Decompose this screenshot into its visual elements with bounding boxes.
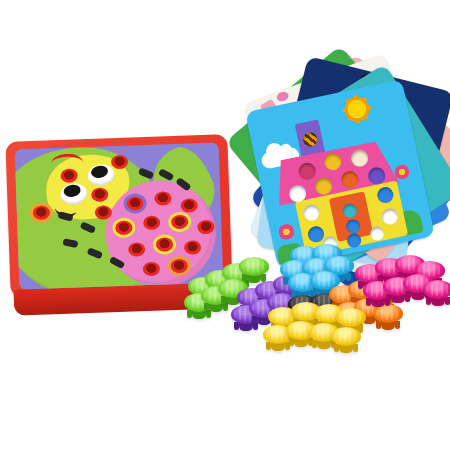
peg-prong [234, 322, 239, 330]
peg-prong [289, 338, 294, 346]
peg-prong [221, 296, 226, 304]
peg-prong [445, 297, 450, 305]
peg-prong [426, 297, 431, 305]
peg-yellow [331, 327, 361, 354]
peg-cap [423, 280, 450, 299]
peg-prong [266, 342, 271, 350]
peg-prong [334, 344, 339, 352]
peg-prong [204, 303, 209, 311]
peg-prong [395, 321, 400, 329]
peg-prong [386, 294, 391, 302]
peg-magenta [423, 280, 450, 307]
pegs-layer [0, 0, 450, 450]
peg-prong [252, 316, 257, 324]
peg-cap [331, 327, 361, 346]
peg-prong [187, 310, 192, 318]
peg-prong [312, 340, 317, 348]
peg-prong [353, 344, 358, 352]
peg-prong [406, 291, 411, 299]
peg-orange [373, 304, 403, 331]
peg-cap [336, 308, 366, 327]
peg-prong [376, 321, 381, 329]
peg-cap [239, 257, 269, 276]
peg-prong [366, 298, 371, 306]
product-photo-button-art-toy [0, 0, 450, 450]
